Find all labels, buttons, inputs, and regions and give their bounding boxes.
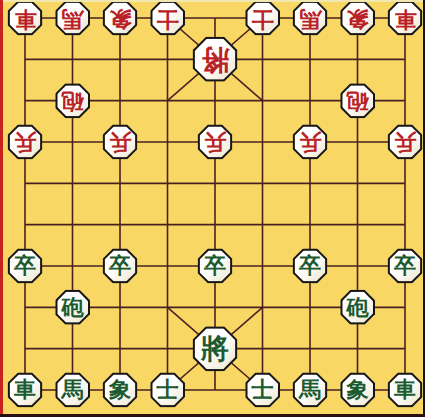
frame-edge-left <box>0 0 3 417</box>
piece-green-soldier[interactable]: 卒 <box>198 248 233 283</box>
piece-green-chariot[interactable]: 車 <box>8 372 43 407</box>
green-horse-glyph: 馬 <box>62 379 84 401</box>
frame-edge-top <box>0 0 425 2</box>
piece-red-advisor[interactable]: 士 <box>245 1 280 36</box>
piece-green-general[interactable]: 將 <box>193 326 238 371</box>
piece-green-soldier[interactable]: 卒 <box>388 248 423 283</box>
red-elephant-glyph: 象 <box>347 7 369 29</box>
piece-green-elephant[interactable]: 象 <box>340 372 375 407</box>
piece-green-chariot[interactable]: 車 <box>388 372 423 407</box>
green-soldier-glyph: 卒 <box>204 255 226 277</box>
red-soldier-glyph: 兵 <box>394 131 416 153</box>
green-chariot-glyph: 車 <box>14 379 36 401</box>
piece-red-cannon[interactable]: 砲 <box>55 83 90 118</box>
piece-red-soldier[interactable]: 兵 <box>293 124 328 159</box>
green-general-glyph: 將 <box>201 335 229 363</box>
piece-green-cannon[interactable]: 砲 <box>340 290 375 325</box>
green-horse-glyph: 馬 <box>299 379 321 401</box>
xiangqi-board[interactable]: 車馬象士士馬象車將砲砲兵兵兵兵兵卒卒卒卒卒砲砲將車馬象士士馬象車 <box>0 0 425 417</box>
piece-green-advisor[interactable]: 士 <box>245 372 280 407</box>
green-chariot-glyph: 車 <box>394 379 416 401</box>
piece-green-advisor[interactable]: 士 <box>150 372 185 407</box>
red-chariot-glyph: 車 <box>14 7 36 29</box>
green-elephant-glyph: 象 <box>347 379 369 401</box>
green-cannon-glyph: 砲 <box>62 296 84 318</box>
green-soldier-glyph: 卒 <box>299 255 321 277</box>
piece-red-chariot[interactable]: 車 <box>8 1 43 36</box>
piece-red-elephant[interactable]: 象 <box>340 1 375 36</box>
red-cannon-glyph: 砲 <box>347 90 369 112</box>
piece-red-soldier[interactable]: 兵 <box>103 124 138 159</box>
green-elephant-glyph: 象 <box>109 379 131 401</box>
piece-red-soldier[interactable]: 兵 <box>388 124 423 159</box>
piece-green-soldier[interactable]: 卒 <box>293 248 328 283</box>
piece-red-advisor[interactable]: 士 <box>150 1 185 36</box>
red-horse-glyph: 馬 <box>299 7 321 29</box>
red-elephant-glyph: 象 <box>109 7 131 29</box>
piece-red-horse[interactable]: 馬 <box>293 1 328 36</box>
piece-green-elephant[interactable]: 象 <box>103 372 138 407</box>
piece-green-horse[interactable]: 馬 <box>55 372 90 407</box>
piece-green-soldier[interactable]: 卒 <box>103 248 138 283</box>
piece-green-cannon[interactable]: 砲 <box>55 290 90 325</box>
piece-red-elephant[interactable]: 象 <box>103 1 138 36</box>
red-advisor-glyph: 士 <box>157 7 179 29</box>
piece-red-soldier[interactable]: 兵 <box>8 124 43 159</box>
red-soldier-glyph: 兵 <box>299 131 321 153</box>
red-soldier-glyph: 兵 <box>14 131 36 153</box>
green-soldier-glyph: 卒 <box>14 255 36 277</box>
piece-red-general[interactable]: 將 <box>193 37 238 82</box>
piece-red-cannon[interactable]: 砲 <box>340 83 375 118</box>
red-soldier-glyph: 兵 <box>109 131 131 153</box>
red-soldier-glyph: 兵 <box>204 131 226 153</box>
piece-green-soldier[interactable]: 卒 <box>8 248 43 283</box>
red-advisor-glyph: 士 <box>252 7 274 29</box>
green-advisor-glyph: 士 <box>252 379 274 401</box>
piece-red-soldier[interactable]: 兵 <box>198 124 233 159</box>
red-cannon-glyph: 砲 <box>62 90 84 112</box>
piece-red-chariot[interactable]: 車 <box>388 1 423 36</box>
red-horse-glyph: 馬 <box>62 7 84 29</box>
piece-red-horse[interactable]: 馬 <box>55 1 90 36</box>
piece-green-horse[interactable]: 馬 <box>293 372 328 407</box>
green-advisor-glyph: 士 <box>157 379 179 401</box>
red-chariot-glyph: 車 <box>394 7 416 29</box>
red-general-glyph: 將 <box>201 45 229 73</box>
green-soldier-glyph: 卒 <box>394 255 416 277</box>
green-cannon-glyph: 砲 <box>347 296 369 318</box>
green-soldier-glyph: 卒 <box>109 255 131 277</box>
